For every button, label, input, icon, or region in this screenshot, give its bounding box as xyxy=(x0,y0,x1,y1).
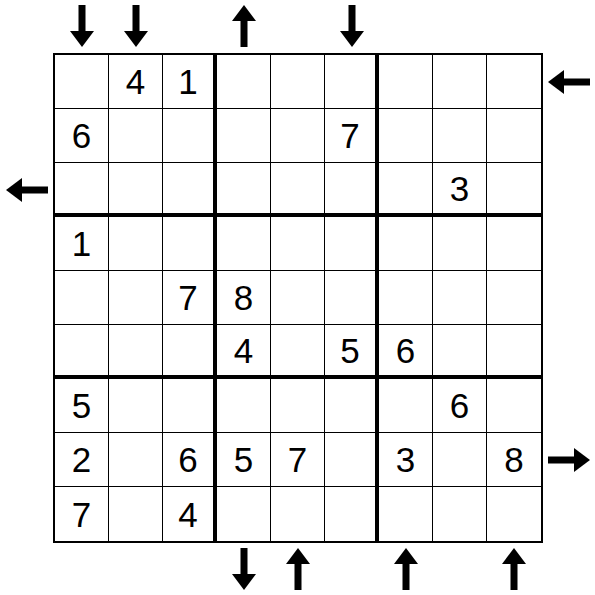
given-digit: 5 xyxy=(340,333,359,368)
cell-r5c2[interactable] xyxy=(109,271,163,325)
given-digit: 7 xyxy=(340,118,359,153)
cell-r1c1[interactable] xyxy=(55,55,109,109)
cell-r5c5[interactable] xyxy=(271,271,325,325)
given-digit: 1 xyxy=(178,64,197,99)
given-digit: 6 xyxy=(396,333,415,368)
given-digit: 4 xyxy=(126,64,145,99)
cell-r4c6[interactable] xyxy=(325,217,379,271)
cell-r2c2[interactable] xyxy=(109,109,163,163)
cell-r1c2[interactable]: 4 xyxy=(109,55,163,109)
given-digit: 6 xyxy=(72,118,91,153)
arrow-clue-right-1-left xyxy=(548,61,590,103)
cell-r8c1[interactable]: 2 xyxy=(55,433,109,487)
cell-r9c8[interactable] xyxy=(433,487,487,541)
cell-r2c7[interactable] xyxy=(379,109,433,163)
given-digit: 2 xyxy=(72,442,91,477)
cell-r4c3[interactable] xyxy=(163,217,217,271)
cell-r2c5[interactable] xyxy=(271,109,325,163)
cell-r1c7[interactable] xyxy=(379,55,433,109)
cell-r2c4[interactable] xyxy=(217,109,271,163)
cell-r7c6[interactable] xyxy=(325,379,379,433)
arrow-clue-bottom-4-down xyxy=(223,548,265,590)
cell-r5c8[interactable] xyxy=(433,271,487,325)
cell-r3c1[interactable] xyxy=(55,163,109,217)
cell-r6c1[interactable] xyxy=(55,325,109,379)
cell-r8c2[interactable] xyxy=(109,433,163,487)
given-digit: 7 xyxy=(178,280,197,315)
cell-r5c4[interactable]: 8 xyxy=(217,271,271,325)
cell-r8c3[interactable]: 6 xyxy=(163,433,217,487)
given-digit: 6 xyxy=(178,442,197,477)
cell-r7c3[interactable] xyxy=(163,379,217,433)
arrow-clue-left-3-left xyxy=(6,169,48,211)
cell-r6c7[interactable]: 6 xyxy=(379,325,433,379)
cell-r1c4[interactable] xyxy=(217,55,271,109)
cell-r6c4[interactable]: 4 xyxy=(217,325,271,379)
arrow-clue-bottom-5-up xyxy=(277,548,319,590)
given-digit: 1 xyxy=(72,226,91,261)
given-digit: 3 xyxy=(450,171,469,206)
arrow-clue-bottom-9-up xyxy=(493,548,535,590)
given-digit: 6 xyxy=(450,388,469,423)
cell-r7c5[interactable] xyxy=(271,379,325,433)
cell-r3c7[interactable] xyxy=(379,163,433,217)
cell-r3c8[interactable]: 3 xyxy=(433,163,487,217)
cell-r9c7[interactable] xyxy=(379,487,433,541)
cell-r6c5[interactable] xyxy=(271,325,325,379)
arrow-clue-top-6-down xyxy=(331,5,373,47)
given-digit: 7 xyxy=(288,442,307,477)
cell-r2c9[interactable] xyxy=(487,109,541,163)
cell-r7c7[interactable] xyxy=(379,379,433,433)
cell-r5c6[interactable] xyxy=(325,271,379,325)
cell-r8c6[interactable] xyxy=(325,433,379,487)
cell-r4c4[interactable] xyxy=(217,217,271,271)
cell-r9c3[interactable]: 4 xyxy=(163,487,217,541)
cell-r4c7[interactable] xyxy=(379,217,433,271)
cell-r3c4[interactable] xyxy=(217,163,271,217)
cell-r2c6[interactable]: 7 xyxy=(325,109,379,163)
cell-r9c9[interactable] xyxy=(487,487,541,541)
cell-r5c1[interactable] xyxy=(55,271,109,325)
sudoku-board: 416731784565626573874 xyxy=(53,53,543,543)
cell-r5c9[interactable] xyxy=(487,271,541,325)
cell-r4c1[interactable]: 1 xyxy=(55,217,109,271)
given-digit: 3 xyxy=(396,442,415,477)
puzzle-canvas: 416731784565626573874 xyxy=(0,0,595,595)
cell-r3c5[interactable] xyxy=(271,163,325,217)
given-digit: 5 xyxy=(234,442,253,477)
cell-r3c2[interactable] xyxy=(109,163,163,217)
cell-r8c5[interactable]: 7 xyxy=(271,433,325,487)
given-digit: 8 xyxy=(504,442,523,477)
given-digit: 7 xyxy=(72,497,91,532)
cell-r7c4[interactable] xyxy=(217,379,271,433)
cell-r7c1[interactable]: 5 xyxy=(55,379,109,433)
cell-r9c1[interactable]: 7 xyxy=(55,487,109,541)
given-digit: 5 xyxy=(72,388,91,423)
cell-r2c8[interactable] xyxy=(433,109,487,163)
cell-r1c5[interactable] xyxy=(271,55,325,109)
cell-r6c3[interactable] xyxy=(163,325,217,379)
cell-r9c6[interactable] xyxy=(325,487,379,541)
cell-r6c2[interactable] xyxy=(109,325,163,379)
cell-r9c5[interactable] xyxy=(271,487,325,541)
given-digit: 8 xyxy=(234,280,253,315)
cell-r1c3[interactable]: 1 xyxy=(163,55,217,109)
arrow-clue-right-8-right xyxy=(548,439,590,481)
cell-r9c4[interactable] xyxy=(217,487,271,541)
arrow-clue-top-1-down xyxy=(61,5,103,47)
cell-r1c8[interactable] xyxy=(433,55,487,109)
cell-r7c8[interactable]: 6 xyxy=(433,379,487,433)
cell-r4c8[interactable] xyxy=(433,217,487,271)
arrow-clue-top-4-up xyxy=(223,5,265,47)
cell-r8c7[interactable]: 3 xyxy=(379,433,433,487)
given-digit: 4 xyxy=(234,333,253,368)
cell-r4c5[interactable] xyxy=(271,217,325,271)
arrow-clue-bottom-7-up xyxy=(385,548,427,590)
cell-r6c6[interactable]: 5 xyxy=(325,325,379,379)
cell-r5c3[interactable]: 7 xyxy=(163,271,217,325)
cell-r4c2[interactable] xyxy=(109,217,163,271)
cell-r2c3[interactable] xyxy=(163,109,217,163)
cell-r8c9[interactable]: 8 xyxy=(487,433,541,487)
cell-r4c9[interactable] xyxy=(487,217,541,271)
cell-r1c6[interactable] xyxy=(325,55,379,109)
cell-r3c9[interactable] xyxy=(487,163,541,217)
arrow-clue-top-2-down xyxy=(115,5,157,47)
cell-r6c9[interactable] xyxy=(487,325,541,379)
cell-r7c9[interactable] xyxy=(487,379,541,433)
cell-r9c2[interactable] xyxy=(109,487,163,541)
cell-r7c2[interactable] xyxy=(109,379,163,433)
cell-r3c6[interactable] xyxy=(325,163,379,217)
cell-r3c3[interactable] xyxy=(163,163,217,217)
cell-r6c8[interactable] xyxy=(433,325,487,379)
cell-r2c1[interactable]: 6 xyxy=(55,109,109,163)
cell-r1c9[interactable] xyxy=(487,55,541,109)
cell-r5c7[interactable] xyxy=(379,271,433,325)
cell-r8c8[interactable] xyxy=(433,433,487,487)
given-digit: 4 xyxy=(178,497,197,532)
cell-r8c4[interactable]: 5 xyxy=(217,433,271,487)
